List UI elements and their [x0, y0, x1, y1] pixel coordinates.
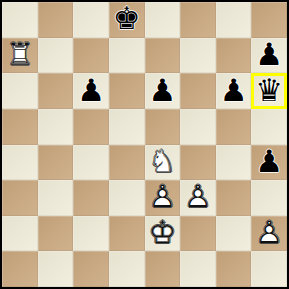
square-d4[interactable] — [109, 145, 145, 181]
black-pawn[interactable]: ♟ — [73, 73, 109, 109]
square-e8[interactable] — [145, 2, 181, 38]
square-g7[interactable] — [216, 38, 252, 74]
square-c5[interactable] — [73, 109, 109, 145]
square-a6[interactable] — [2, 73, 38, 109]
square-h7[interactable]: ♟ — [251, 38, 287, 74]
black-pawn-glyph: ♟ — [255, 39, 283, 70]
square-c7[interactable] — [73, 38, 109, 74]
square-d5[interactable] — [109, 109, 145, 145]
square-a8[interactable] — [2, 2, 38, 38]
white-pawn[interactable]: ♟♙ — [180, 180, 216, 216]
square-h2[interactable]: ♟♙ — [251, 216, 287, 252]
square-f4[interactable] — [180, 145, 216, 181]
square-f5[interactable] — [180, 109, 216, 145]
square-a7[interactable]: ♜♖ — [2, 38, 38, 74]
white-knight-outline-glyph: ♘ — [148, 146, 176, 177]
black-pawn[interactable]: ♟ — [216, 73, 252, 109]
square-b8[interactable] — [38, 2, 74, 38]
black-queen-glyph: ♛ — [255, 75, 283, 106]
square-d6[interactable] — [109, 73, 145, 109]
square-f7[interactable] — [180, 38, 216, 74]
square-h6[interactable]: ♛ — [251, 73, 287, 109]
square-f1[interactable] — [180, 251, 216, 287]
square-e1[interactable] — [145, 251, 181, 287]
black-pawn[interactable]: ♟ — [251, 38, 287, 74]
white-pawn[interactable]: ♟♙ — [251, 216, 287, 252]
square-e5[interactable] — [145, 109, 181, 145]
square-b4[interactable] — [38, 145, 74, 181]
square-b2[interactable] — [38, 216, 74, 252]
square-c6[interactable]: ♟ — [73, 73, 109, 109]
white-rook-outline-glyph: ♖ — [6, 39, 34, 70]
square-b5[interactable] — [38, 109, 74, 145]
square-g3[interactable] — [216, 180, 252, 216]
square-c3[interactable] — [73, 180, 109, 216]
square-e6[interactable]: ♟ — [145, 73, 181, 109]
white-knight[interactable]: ♞♘ — [145, 145, 181, 181]
square-a5[interactable] — [2, 109, 38, 145]
square-g4[interactable] — [216, 145, 252, 181]
square-e7[interactable] — [145, 38, 181, 74]
black-king[interactable]: ♚ — [109, 2, 145, 38]
square-c8[interactable] — [73, 2, 109, 38]
square-c1[interactable] — [73, 251, 109, 287]
black-king-glyph: ♚ — [113, 3, 141, 34]
black-queen[interactable]: ♛ — [251, 73, 287, 109]
square-a1[interactable] — [2, 251, 38, 287]
square-f6[interactable] — [180, 73, 216, 109]
square-e3[interactable]: ♟♙ — [145, 180, 181, 216]
square-g6[interactable]: ♟ — [216, 73, 252, 109]
square-a4[interactable] — [2, 145, 38, 181]
white-rook[interactable]: ♜♖ — [2, 38, 38, 74]
black-pawn-glyph: ♟ — [255, 146, 283, 177]
black-pawn-glyph: ♟ — [77, 75, 105, 106]
black-pawn-glyph: ♟ — [220, 75, 248, 106]
square-g1[interactable] — [216, 251, 252, 287]
square-b3[interactable] — [38, 180, 74, 216]
square-f3[interactable]: ♟♙ — [180, 180, 216, 216]
square-g2[interactable] — [216, 216, 252, 252]
white-king[interactable]: ♚♔ — [145, 216, 181, 252]
black-pawn[interactable]: ♟ — [251, 145, 287, 181]
square-h1[interactable] — [251, 251, 287, 287]
white-pawn-outline-glyph: ♙ — [184, 181, 212, 212]
square-b6[interactable] — [38, 73, 74, 109]
square-a3[interactable] — [2, 180, 38, 216]
square-h3[interactable] — [251, 180, 287, 216]
square-f8[interactable] — [180, 2, 216, 38]
square-a2[interactable] — [2, 216, 38, 252]
square-e2[interactable]: ♚♔ — [145, 216, 181, 252]
square-h4[interactable]: ♟ — [251, 145, 287, 181]
square-d3[interactable] — [109, 180, 145, 216]
white-pawn[interactable]: ♟♙ — [145, 180, 181, 216]
square-b7[interactable] — [38, 38, 74, 74]
square-d8[interactable]: ♚ — [109, 2, 145, 38]
square-c4[interactable] — [73, 145, 109, 181]
square-b1[interactable] — [38, 251, 74, 287]
chess-board: ♚♜♖♟♟♟♟♛♞♘♟♟♙♟♙♚♔♟♙ — [0, 0, 289, 289]
square-f2[interactable] — [180, 216, 216, 252]
white-pawn-outline-glyph: ♙ — [255, 217, 283, 248]
square-h5[interactable] — [251, 109, 287, 145]
white-pawn-outline-glyph: ♙ — [148, 181, 176, 212]
square-g5[interactable] — [216, 109, 252, 145]
square-d1[interactable] — [109, 251, 145, 287]
square-c2[interactable] — [73, 216, 109, 252]
black-pawn[interactable]: ♟ — [145, 73, 181, 109]
white-king-outline-glyph: ♔ — [148, 217, 176, 248]
square-h8[interactable] — [251, 2, 287, 38]
square-d2[interactable] — [109, 216, 145, 252]
black-pawn-glyph: ♟ — [148, 75, 176, 106]
square-g8[interactable] — [216, 2, 252, 38]
square-d7[interactable] — [109, 38, 145, 74]
square-e4[interactable]: ♞♘ — [145, 145, 181, 181]
